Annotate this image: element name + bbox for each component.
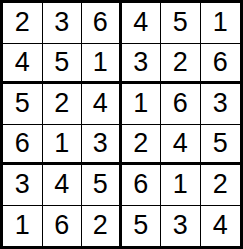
sudoku-cell-r2c2[interactable]: 5	[43, 44, 83, 85]
sudoku-cell-r1c1[interactable]: 2	[3, 3, 43, 44]
sudoku-cell-r5c5[interactable]: 1	[161, 165, 201, 206]
sudoku-cell-r6c3[interactable]: 2	[82, 206, 122, 247]
sudoku-cell-r1c4[interactable]: 4	[122, 3, 162, 44]
sudoku-cell-r6c6[interactable]: 4	[201, 206, 241, 247]
sudoku-cell-r1c2[interactable]: 3	[43, 3, 83, 44]
sudoku-cell-r3c1[interactable]: 5	[3, 84, 43, 125]
sudoku-cell-r5c1[interactable]: 3	[3, 165, 43, 206]
sudoku-cell-r3c2[interactable]: 2	[43, 84, 83, 125]
sudoku-cell-r2c4[interactable]: 3	[122, 44, 162, 85]
sudoku-cell-r4c3[interactable]: 3	[82, 125, 122, 166]
sudoku-cell-r1c3[interactable]: 6	[82, 3, 122, 44]
sudoku-cell-r1c6[interactable]: 1	[201, 3, 241, 44]
sudoku-cell-r4c1[interactable]: 6	[3, 125, 43, 166]
sudoku-cell-r6c2[interactable]: 6	[43, 206, 83, 247]
sudoku-cell-r6c5[interactable]: 3	[161, 206, 201, 247]
sudoku-cell-r3c5[interactable]: 6	[161, 84, 201, 125]
sudoku-cell-r2c6[interactable]: 6	[201, 44, 241, 85]
sudoku-cell-r4c5[interactable]: 4	[161, 125, 201, 166]
sudoku-cell-r5c3[interactable]: 5	[82, 165, 122, 206]
sudoku-cell-r5c6[interactable]: 2	[201, 165, 241, 206]
sudoku-cell-r4c4[interactable]: 2	[122, 125, 162, 166]
sudoku-cell-r2c1[interactable]: 4	[3, 44, 43, 85]
sudoku-cell-r6c1[interactable]: 1	[3, 206, 43, 247]
sudoku-cell-r3c4[interactable]: 1	[122, 84, 162, 125]
sudoku-board: 236451451326524163613245345612162534	[0, 0, 243, 249]
sudoku-cell-r2c3[interactable]: 1	[82, 44, 122, 85]
sudoku-cell-r3c3[interactable]: 4	[82, 84, 122, 125]
sudoku-cell-r5c2[interactable]: 4	[43, 165, 83, 206]
sudoku-cell-r5c4[interactable]: 6	[122, 165, 162, 206]
sudoku-cell-r4c2[interactable]: 1	[43, 125, 83, 166]
sudoku-cell-r1c5[interactable]: 5	[161, 3, 201, 44]
sudoku-cell-r4c6[interactable]: 5	[201, 125, 241, 166]
sudoku-cell-r3c6[interactable]: 3	[201, 84, 241, 125]
sudoku-cell-r6c4[interactable]: 5	[122, 206, 162, 247]
sudoku-cell-r2c5[interactable]: 2	[161, 44, 201, 85]
